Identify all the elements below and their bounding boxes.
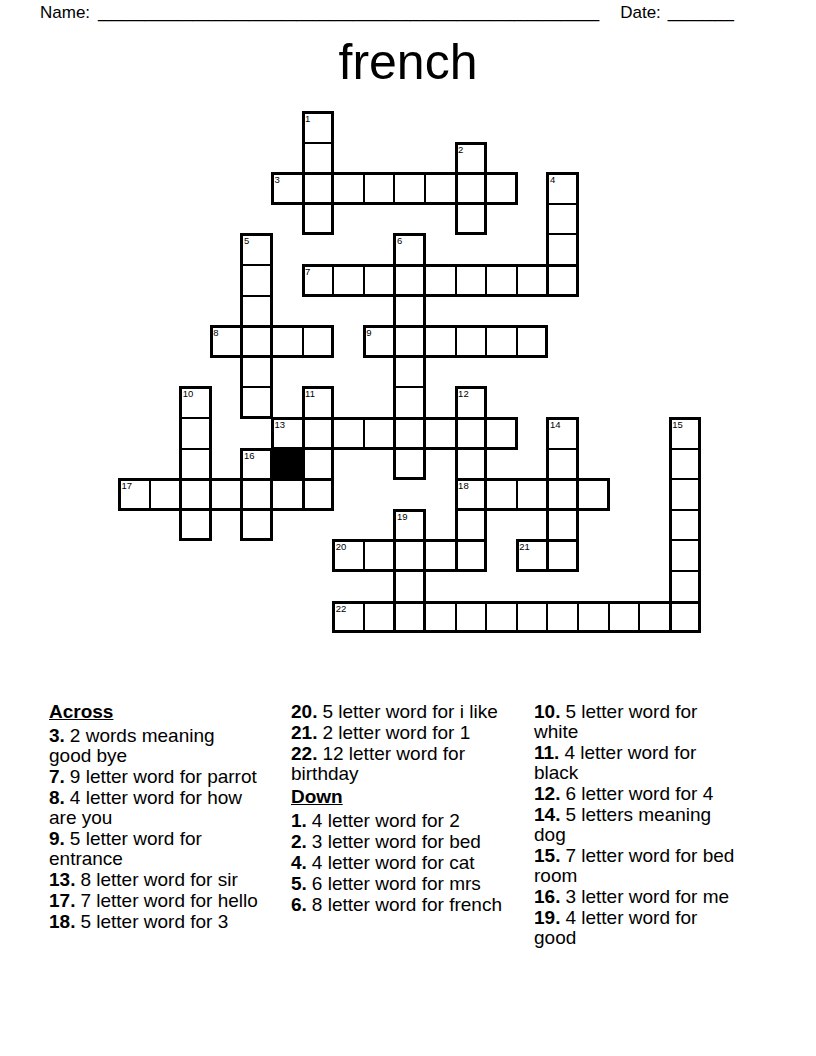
clue-number: 6. — [291, 894, 307, 915]
grid-cell[interactable] — [363, 264, 396, 297]
grid-cell[interactable] — [179, 417, 212, 450]
clue-across-7: 7.9 letter word for parrot — [49, 767, 261, 787]
cell-number-17: 17 — [122, 481, 133, 491]
clue-text: 2 words meaning good bye — [49, 725, 215, 766]
grid-cell[interactable] — [546, 509, 579, 542]
cell-number-11: 11 — [305, 389, 315, 399]
clue-across-8: 8.4 letter word for how are you — [49, 788, 261, 828]
grid-cell[interactable] — [485, 478, 518, 511]
clue-number: 21. — [291, 722, 317, 743]
clue-text: 6 letter word for 4 — [565, 783, 713, 804]
grid-cell[interactable] — [240, 356, 273, 389]
grid-cell[interactable] — [608, 601, 641, 634]
grid-cell[interactable] — [455, 509, 488, 542]
cell-number-10: 10 — [183, 389, 194, 399]
cell-number-7: 7 — [305, 267, 310, 277]
grid-cell[interactable] — [393, 264, 426, 297]
clue-down-19: 19.4 letter word for good — [534, 908, 741, 948]
grid-cell[interactable] — [485, 417, 518, 450]
grid-cell[interactable] — [179, 478, 212, 511]
clue-text: 4 letter word for 2 — [312, 810, 460, 831]
clue-number: 1. — [291, 810, 307, 831]
grid-cell[interactable] — [455, 264, 488, 297]
clue-text: 12 letter word for birthday — [291, 743, 465, 784]
grid-cell[interactable] — [302, 172, 335, 205]
grid-cell[interactable] — [271, 478, 304, 511]
grid-cell[interactable] — [240, 325, 273, 358]
across-heading: Across — [49, 702, 261, 722]
grid-cell[interactable] — [363, 172, 396, 205]
clue-across-17: 17.7 letter word for hello — [49, 891, 261, 911]
cell-number-22: 22 — [336, 604, 347, 614]
grid-cell[interactable] — [393, 417, 426, 450]
clue-number: 15. — [534, 845, 560, 866]
grid-cell[interactable] — [179, 509, 212, 542]
grid-cell[interactable] — [546, 233, 579, 266]
clue-down-15: 15.7 letter word for bed room — [534, 846, 741, 886]
clue-down-2: 2.3 letter word for bed — [291, 832, 506, 852]
grid-cell[interactable] — [577, 601, 610, 634]
clue-across-22: 22.12 letter word for birthday — [291, 744, 506, 784]
grid-cell[interactable] — [455, 172, 488, 205]
cell-number-6: 6 — [397, 236, 402, 246]
clue-number: 7. — [49, 766, 65, 787]
clue-down-14: 14.5 letters meaning dog — [534, 805, 741, 845]
grid-cell[interactable] — [302, 325, 335, 358]
grid-cell[interactable] — [546, 539, 579, 572]
grid-cell[interactable] — [516, 264, 549, 297]
clue-text: 5 letter word for entrance — [49, 828, 202, 869]
grid-cell[interactable] — [240, 509, 273, 542]
grid-cell[interactable] — [240, 295, 273, 328]
cell-number-4: 4 — [550, 175, 555, 185]
grid-cell[interactable] — [363, 417, 396, 450]
grid-cell[interactable] — [332, 264, 365, 297]
grid-cell[interactable] — [455, 203, 488, 236]
grid-cell[interactable] — [485, 264, 518, 297]
blocked-cell — [271, 448, 304, 481]
grid-cell[interactable] — [302, 478, 335, 511]
grid-cell[interactable] — [424, 539, 457, 572]
grid-cell[interactable] — [455, 601, 488, 634]
clue-number: 3. — [49, 725, 65, 746]
clue-across-3: 3.2 words meaning good bye — [49, 726, 261, 766]
grid-cell[interactable] — [485, 601, 518, 634]
clue-across-18: 18.5 letter word for 3 — [49, 912, 261, 932]
clue-text: 3 letter word for bed — [312, 831, 481, 852]
grid-cell[interactable] — [393, 601, 426, 634]
clue-number: 5. — [291, 873, 307, 894]
clue-across-13: 13.8 letter word for sir — [49, 870, 261, 890]
grid-cell[interactable] — [424, 264, 457, 297]
grid-cell[interactable] — [516, 478, 549, 511]
grid-cell[interactable] — [363, 539, 396, 572]
grid-cell[interactable] — [546, 601, 579, 634]
name-blank-line: ________________________________________… — [98, 3, 599, 22]
clue-text: 4 letter word for how are you — [49, 787, 242, 828]
cell-number-2: 2 — [458, 145, 463, 155]
grid-cell[interactable] — [363, 601, 396, 634]
clue-across-21: 21.2 letter word for 1 — [291, 723, 506, 743]
clue-down-16: 16.3 letter word for me — [534, 887, 741, 907]
date-blank-line: _______ — [668, 3, 734, 22]
clue-down-4: 4.4 letter word for cat — [291, 853, 506, 873]
worksheet-header: Name:___________________________________… — [40, 3, 734, 23]
cell-number-14: 14 — [550, 420, 561, 430]
grid-cell[interactable] — [332, 172, 365, 205]
clue-number: 13. — [49, 869, 75, 890]
grid-cell[interactable] — [149, 478, 182, 511]
grid-cell[interactable] — [669, 601, 702, 634]
clue-across-9: 9.5 letter word for entrance — [49, 829, 261, 869]
clue-number: 9. — [49, 828, 65, 849]
clue-number: 19. — [534, 907, 560, 928]
cell-number-13: 13 — [275, 420, 286, 430]
clue-column-2: 20.5 letter word for i like21.2 letter w… — [291, 702, 506, 916]
grid-cell[interactable] — [302, 142, 335, 175]
grid-cell[interactable] — [577, 478, 610, 511]
grid-cell[interactable] — [424, 417, 457, 450]
grid-cell[interactable] — [455, 325, 488, 358]
grid-cell[interactable] — [271, 325, 304, 358]
grid-cell[interactable] — [516, 601, 549, 634]
clue-number: 12. — [534, 783, 560, 804]
grid-cell[interactable] — [455, 448, 488, 481]
cell-number-16: 16 — [244, 451, 255, 461]
clue-down-5: 5.6 letter word for mrs — [291, 874, 506, 894]
grid-cell[interactable] — [179, 448, 212, 481]
grid-cell[interactable] — [485, 172, 518, 205]
clue-text: 2 letter word for 1 — [322, 722, 470, 743]
down-heading: Down — [291, 787, 506, 807]
clue-down-12: 12.6 letter word for 4 — [534, 784, 741, 804]
grid-cell[interactable] — [424, 172, 457, 205]
cell-number-19: 19 — [397, 512, 408, 522]
clue-text: 3 letter word for me — [565, 886, 729, 907]
clue-number: 22. — [291, 743, 317, 764]
clue-number: 18. — [49, 911, 75, 932]
grid-cell[interactable] — [393, 356, 426, 389]
clue-number: 8. — [49, 787, 65, 808]
grid-cell[interactable] — [424, 601, 457, 634]
cell-number-15: 15 — [672, 420, 683, 430]
clue-number: 4. — [291, 852, 307, 873]
grid-cell[interactable] — [669, 448, 702, 481]
cell-number-20: 20 — [336, 542, 347, 552]
clue-text: 5 letter word for i like — [322, 701, 497, 722]
clue-down-11: 11.4 letter word for black — [534, 743, 741, 783]
grid-cell[interactable] — [393, 570, 426, 603]
grid-cell[interactable] — [546, 448, 579, 481]
date-label: Date: — [620, 3, 661, 22]
cell-number-3: 3 — [275, 175, 280, 185]
grid-cell[interactable] — [240, 264, 273, 297]
clue-down-6: 6.8 letter word for french — [291, 895, 506, 915]
grid-cell[interactable] — [638, 601, 671, 634]
grid-cell[interactable] — [240, 478, 273, 511]
name-label: Name: — [40, 3, 90, 22]
clue-column-3: 10.5 letter word for white11.4 letter wo… — [534, 702, 741, 949]
clue-column-1: Across3.2 words meaning good bye7.9 lett… — [49, 702, 261, 933]
clue-text: 7 letter word for bed room — [534, 845, 734, 886]
crossword-grid: 12345678910111213141516171819202122 — [118, 111, 702, 634]
clue-text: 8 letter word for sir — [80, 869, 237, 890]
clue-number: 17. — [49, 890, 75, 911]
cell-number-1: 1 — [305, 114, 310, 124]
cell-number-5: 5 — [244, 236, 249, 246]
grid-cell[interactable] — [393, 172, 426, 205]
grid-cell[interactable] — [302, 203, 335, 236]
grid-cell[interactable] — [546, 478, 579, 511]
grid-cell[interactable] — [669, 539, 702, 572]
clue-number: 20. — [291, 701, 317, 722]
grid-cell[interactable] — [302, 417, 335, 450]
grid-cell[interactable] — [393, 295, 426, 328]
clue-text: 4 letter word for cat — [312, 852, 475, 873]
clue-number: 14. — [534, 804, 560, 825]
grid-cell[interactable] — [546, 264, 579, 297]
clue-number: 2. — [291, 831, 307, 852]
clue-down-10: 10.5 letter word for white — [534, 702, 741, 742]
grid-cell[interactable] — [302, 448, 335, 481]
clue-across-20: 20.5 letter word for i like — [291, 702, 506, 722]
grid-cell[interactable] — [332, 417, 365, 450]
puzzle-title: french — [0, 36, 816, 88]
clue-number: 11. — [534, 742, 559, 763]
grid-cell[interactable] — [393, 386, 426, 419]
grid-cell[interactable] — [393, 539, 426, 572]
clue-text: 6 letter word for mrs — [312, 873, 481, 894]
grid-cell[interactable] — [485, 325, 518, 358]
cell-number-9: 9 — [366, 328, 371, 338]
grid-cell[interactable] — [455, 539, 488, 572]
clue-down-1: 1.4 letter word for 2 — [291, 811, 506, 831]
clue-number: 16. — [534, 886, 560, 907]
grid-cell[interactable] — [393, 448, 426, 481]
clue-text: 8 letter word for french — [312, 894, 502, 915]
cell-number-21: 21 — [519, 542, 530, 552]
grid-cell[interactable] — [669, 509, 702, 542]
grid-cell[interactable] — [210, 478, 243, 511]
grid-cell[interactable] — [516, 325, 549, 358]
grid-cell[interactable] — [669, 478, 702, 511]
grid-cell[interactable] — [546, 203, 579, 236]
clue-text: 5 letters meaning dog — [534, 804, 711, 845]
grid-cell[interactable] — [669, 570, 702, 603]
clue-text: 7 letter word for hello — [80, 890, 257, 911]
clue-number: 10. — [534, 701, 560, 722]
grid-cell[interactable] — [424, 325, 457, 358]
grid-cell[interactable] — [240, 386, 273, 419]
grid-cell[interactable] — [455, 417, 488, 450]
clue-text: 9 letter word for parrot — [70, 766, 257, 787]
grid-cell[interactable] — [393, 325, 426, 358]
cell-number-18: 18 — [458, 481, 469, 491]
cell-number-12: 12 — [458, 389, 469, 399]
clue-text: 5 letter word for 3 — [80, 911, 228, 932]
cell-number-8: 8 — [213, 328, 218, 338]
